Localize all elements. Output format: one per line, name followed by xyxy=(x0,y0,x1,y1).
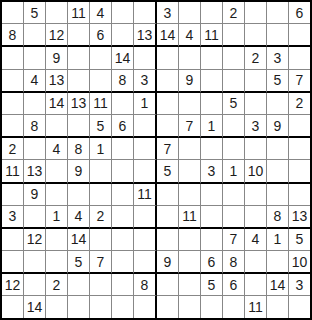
cell-r9c11[interactable] xyxy=(223,184,245,206)
cell-r6c1[interactable] xyxy=(2,115,24,138)
cell-r4c12[interactable] xyxy=(245,70,267,93)
cell-r12c11: 8 xyxy=(223,251,245,274)
cell-r14c2: 14 xyxy=(24,296,46,317)
cell-r6c12: 3 xyxy=(245,115,267,138)
cell-r13c12[interactable] xyxy=(245,274,267,296)
cell-r6c10: 1 xyxy=(201,115,223,138)
cell-r6c8[interactable] xyxy=(157,115,179,138)
cell-r9c5[interactable] xyxy=(90,184,112,206)
cell-r13c3: 2 xyxy=(46,274,68,296)
cell-r11c8[interactable] xyxy=(157,229,179,251)
cell-r2c9: 4 xyxy=(179,24,201,47)
cell-r9c12[interactable] xyxy=(245,184,267,206)
cell-r13c9[interactable] xyxy=(179,274,201,296)
cell-r8c12: 10 xyxy=(245,160,267,183)
cell-r5c1[interactable] xyxy=(2,93,24,115)
cell-r2c13[interactable] xyxy=(267,24,289,47)
cell-r6c13: 9 xyxy=(267,115,289,138)
cell-r1c9[interactable] xyxy=(179,2,201,24)
cell-r14c5[interactable] xyxy=(90,296,112,317)
cell-r1c4: 11 xyxy=(68,2,90,24)
cell-r2c12[interactable] xyxy=(245,24,267,47)
cell-r13c4[interactable] xyxy=(68,274,90,296)
cell-r3c9[interactable] xyxy=(179,47,201,69)
cell-r14c3[interactable] xyxy=(46,296,68,317)
cell-r4c3: 13 xyxy=(46,70,68,93)
cell-r4c1[interactable] xyxy=(2,70,24,93)
cell-r11c3[interactable] xyxy=(46,229,68,251)
cell-r3c10[interactable] xyxy=(201,47,223,69)
cell-r12c3[interactable] xyxy=(46,251,68,274)
cell-r4c6: 8 xyxy=(112,70,134,93)
cell-r8c3[interactable] xyxy=(46,160,68,183)
cell-r6c2: 8 xyxy=(24,115,46,138)
cell-r2c2[interactable] xyxy=(24,24,46,47)
cell-r10c8[interactable] xyxy=(157,206,179,229)
cell-r7c3: 4 xyxy=(46,138,68,160)
cell-r2c8: 14 xyxy=(157,24,179,47)
cell-r13c10: 5 xyxy=(201,274,223,296)
cell-r1c12[interactable] xyxy=(245,2,267,24)
cell-r4c13: 5 xyxy=(267,70,289,93)
cell-r4c2: 4 xyxy=(24,70,46,93)
cell-r7c11[interactable] xyxy=(223,138,245,160)
cell-r3c1[interactable] xyxy=(2,47,24,69)
cell-r5c4: 13 xyxy=(68,93,90,115)
cell-r3c14[interactable] xyxy=(289,47,310,69)
cell-r5c13[interactable] xyxy=(267,93,289,115)
cell-r7c4: 8 xyxy=(68,138,90,160)
cell-r7c5: 1 xyxy=(90,138,112,160)
cell-r7c8: 7 xyxy=(157,138,179,160)
cell-r1c8: 3 xyxy=(157,2,179,24)
cell-r12c9[interactable] xyxy=(179,251,201,274)
cell-r8c2: 13 xyxy=(24,160,46,183)
cell-r7c6[interactable] xyxy=(112,138,134,160)
cell-r5c6[interactable] xyxy=(112,93,134,115)
cell-r1c10[interactable] xyxy=(201,2,223,24)
cell-r3c8[interactable] xyxy=(157,47,179,69)
cell-r11c5[interactable] xyxy=(90,229,112,251)
cell-r7c14[interactable] xyxy=(289,138,310,160)
cell-r6c5: 5 xyxy=(90,115,112,138)
cell-r14c13[interactable] xyxy=(267,296,289,317)
cell-r9c3[interactable] xyxy=(46,184,68,206)
cell-r3c2[interactable] xyxy=(24,47,46,69)
cell-r1c1[interactable] xyxy=(2,2,24,24)
cell-r6c11[interactable] xyxy=(223,115,245,138)
cell-r8c4: 9 xyxy=(68,160,90,183)
cell-r8c7[interactable] xyxy=(134,160,157,183)
cell-r5c9[interactable] xyxy=(179,93,201,115)
cell-r7c13[interactable] xyxy=(267,138,289,160)
cell-r8c8: 5 xyxy=(157,160,179,183)
cell-r10c2[interactable] xyxy=(24,206,46,229)
cell-r7c2[interactable] xyxy=(24,138,46,160)
cell-r4c7: 3 xyxy=(134,70,157,93)
cell-r12c2[interactable] xyxy=(24,251,46,274)
cell-r14c6[interactable] xyxy=(112,296,134,317)
cell-r14c11[interactable] xyxy=(223,296,245,317)
cell-r12c14: 10 xyxy=(289,251,310,274)
cell-r4c11[interactable] xyxy=(223,70,245,93)
cell-r9c1[interactable] xyxy=(2,184,24,206)
cell-r7c1: 2 xyxy=(2,138,24,160)
cell-r1c14: 6 xyxy=(289,2,310,24)
cell-r11c12: 4 xyxy=(245,229,267,251)
cell-r6c3[interactable] xyxy=(46,115,68,138)
cell-r1c6[interactable] xyxy=(112,2,134,24)
sudoku-board: 5114326812613144119142341383957141311152… xyxy=(0,0,312,320)
cell-r7c9[interactable] xyxy=(179,138,201,160)
cell-r10c13: 8 xyxy=(267,206,289,229)
cell-r14c10[interactable] xyxy=(201,296,223,317)
cell-r12c5: 7 xyxy=(90,251,112,274)
cell-r12c6[interactable] xyxy=(112,251,134,274)
cell-r1c7[interactable] xyxy=(134,2,157,24)
cell-r10c3: 1 xyxy=(46,206,68,229)
cell-r6c7[interactable] xyxy=(134,115,157,138)
cell-r5c3: 14 xyxy=(46,93,68,115)
cell-r5c11: 5 xyxy=(223,93,245,115)
cell-r11c14: 5 xyxy=(289,229,310,251)
cell-r3c6: 14 xyxy=(112,47,134,69)
cell-r4c9: 9 xyxy=(179,70,201,93)
cell-r5c8[interactable] xyxy=(157,93,179,115)
cell-r8c1: 11 xyxy=(2,160,24,183)
cell-r3c12: 2 xyxy=(245,47,267,69)
cell-r11c2: 12 xyxy=(24,229,46,251)
cell-r11c10[interactable] xyxy=(201,229,223,251)
cell-r13c7: 8 xyxy=(134,274,157,296)
cell-r10c6[interactable] xyxy=(112,206,134,229)
cell-r6c14[interactable] xyxy=(289,115,310,138)
cell-r4c8[interactable] xyxy=(157,70,179,93)
cell-r8c6[interactable] xyxy=(112,160,134,183)
cell-r11c11: 7 xyxy=(223,229,245,251)
cell-r8c9[interactable] xyxy=(179,160,201,183)
cell-r13c14: 3 xyxy=(289,274,310,296)
cell-r5c2[interactable] xyxy=(24,93,46,115)
cell-r14c8[interactable] xyxy=(157,296,179,317)
cell-r9c2: 9 xyxy=(24,184,46,206)
cell-r3c11[interactable] xyxy=(223,47,245,69)
cell-r5c12[interactable] xyxy=(245,93,267,115)
cell-r2c4[interactable] xyxy=(68,24,90,47)
cell-r11c9[interactable] xyxy=(179,229,201,251)
cell-r10c1: 3 xyxy=(2,206,24,229)
cell-r9c8[interactable] xyxy=(157,184,179,206)
cell-r10c12[interactable] xyxy=(245,206,267,229)
cell-r13c5[interactable] xyxy=(90,274,112,296)
cell-r12c8: 9 xyxy=(157,251,179,274)
cell-r13c13: 14 xyxy=(267,274,289,296)
cell-r6c9: 7 xyxy=(179,115,201,138)
cell-r13c6[interactable] xyxy=(112,274,134,296)
cell-r8c11: 1 xyxy=(223,160,245,183)
cell-r3c4[interactable] xyxy=(68,47,90,69)
cell-r14c12: 11 xyxy=(245,296,267,317)
cell-r10c11[interactable] xyxy=(223,206,245,229)
cell-r9c4[interactable] xyxy=(68,184,90,206)
cell-r10c7[interactable] xyxy=(134,206,157,229)
cell-r11c1[interactable] xyxy=(2,229,24,251)
cell-r14c9[interactable] xyxy=(179,296,201,317)
cell-r12c12[interactable] xyxy=(245,251,267,274)
cell-r4c10[interactable] xyxy=(201,70,223,93)
cell-r11c13: 1 xyxy=(267,229,289,251)
cell-r12c1[interactable] xyxy=(2,251,24,274)
cell-r13c11: 6 xyxy=(223,274,245,296)
cell-r1c2: 5 xyxy=(24,2,46,24)
cell-r3c13: 3 xyxy=(267,47,289,69)
cell-r2c1: 8 xyxy=(2,24,24,47)
cell-r14c7[interactable] xyxy=(134,296,157,317)
cell-r8c14[interactable] xyxy=(289,160,310,183)
cell-r5c7: 1 xyxy=(134,93,157,115)
cell-r1c3[interactable] xyxy=(46,2,68,24)
cell-r2c7: 13 xyxy=(134,24,157,47)
cell-r2c5: 6 xyxy=(90,24,112,47)
cell-r9c9[interactable] xyxy=(179,184,201,206)
cell-r10c10[interactable] xyxy=(201,206,223,229)
cell-r6c6: 6 xyxy=(112,115,134,138)
cell-r11c6[interactable] xyxy=(112,229,134,251)
cell-r12c13[interactable] xyxy=(267,251,289,274)
cell-r1c5: 4 xyxy=(90,2,112,24)
cell-r14c14[interactable] xyxy=(289,296,310,317)
cell-r3c5[interactable] xyxy=(90,47,112,69)
cell-r2c10: 11 xyxy=(201,24,223,47)
cell-r2c6[interactable] xyxy=(112,24,134,47)
cell-r10c5: 2 xyxy=(90,206,112,229)
cell-r14c4[interactable] xyxy=(68,296,90,317)
cell-r12c10: 6 xyxy=(201,251,223,274)
cell-r11c7[interactable] xyxy=(134,229,157,251)
cell-r3c7[interactable] xyxy=(134,47,157,69)
cell-r2c14[interactable] xyxy=(289,24,310,47)
cell-r6c4[interactable] xyxy=(68,115,90,138)
cell-r2c3: 12 xyxy=(46,24,68,47)
cell-r5c10[interactable] xyxy=(201,93,223,115)
cell-r9c6[interactable] xyxy=(112,184,134,206)
cell-r10c14: 13 xyxy=(289,206,310,229)
cell-r13c1: 12 xyxy=(2,274,24,296)
cell-r8c5[interactable] xyxy=(90,160,112,183)
cell-r4c5[interactable] xyxy=(90,70,112,93)
cell-r5c14: 2 xyxy=(289,93,310,115)
cell-r2c11[interactable] xyxy=(223,24,245,47)
cell-r12c7[interactable] xyxy=(134,251,157,274)
cell-r9c13[interactable] xyxy=(267,184,289,206)
cell-r11c4: 14 xyxy=(68,229,90,251)
cell-r9c10[interactable] xyxy=(201,184,223,206)
cell-r5c5: 11 xyxy=(90,93,112,115)
cell-r9c7: 11 xyxy=(134,184,157,206)
cell-r3c3: 9 xyxy=(46,47,68,69)
cell-r13c8[interactable] xyxy=(157,274,179,296)
cell-r14c1[interactable] xyxy=(2,296,24,317)
cell-r8c10: 3 xyxy=(201,160,223,183)
cell-r8c13[interactable] xyxy=(267,160,289,183)
cell-r4c4[interactable] xyxy=(68,70,90,93)
cell-r9c14[interactable] xyxy=(289,184,310,206)
cell-r10c4: 4 xyxy=(68,206,90,229)
cell-r13c2[interactable] xyxy=(24,274,46,296)
cell-r4c14: 7 xyxy=(289,70,310,93)
cell-r7c7[interactable] xyxy=(134,138,157,160)
cell-r12c4: 5 xyxy=(68,251,90,274)
cell-r7c12[interactable] xyxy=(245,138,267,160)
cell-r10c9: 11 xyxy=(179,206,201,229)
cell-r7c10[interactable] xyxy=(201,138,223,160)
cell-r1c13[interactable] xyxy=(267,2,289,24)
cell-r1c11: 2 xyxy=(223,2,245,24)
